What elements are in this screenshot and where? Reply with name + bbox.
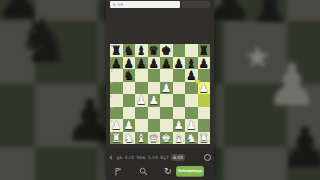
square-b7[interactable]: ♟ (123, 57, 136, 70)
black-king: ♚ (160, 44, 173, 57)
square-a8[interactable]: 8♜ (110, 44, 123, 57)
engine-toggle-icon[interactable] (204, 154, 211, 161)
square-a1[interactable]: 1a♜ (110, 132, 123, 145)
square-b6[interactable]: ♞ (123, 69, 136, 82)
notification-bar-side (182, 1, 210, 8)
square-d4[interactable]: ♟ (148, 94, 161, 107)
square-e5[interactable]: ♟ (160, 82, 173, 95)
square-g4[interactable] (185, 94, 198, 107)
square-h7[interactable]: ♟ (198, 57, 211, 70)
black-knight: ♞ (123, 44, 136, 57)
white-knight: ♞ (123, 132, 136, 145)
move-list: g64.c4Nb65.h4Bg76.h5 (117, 154, 186, 161)
square-h4[interactable] (198, 94, 211, 107)
chess-board[interactable]: 8♜♞♝♛♚♜7♟♟♟♟♟♟♝♟6♞♟5♟♟4♟♟32♟♟♟♟1a♜b♞c♝d♛… (110, 44, 210, 144)
square-d3[interactable] (148, 107, 161, 120)
square-d1[interactable]: d♛ (148, 132, 161, 145)
square-h6[interactable] (198, 69, 211, 82)
square-d6[interactable] (148, 69, 161, 82)
black-pawn: ♟ (198, 57, 211, 70)
square-e1[interactable]: e♚ (160, 132, 173, 145)
square-f5[interactable] (173, 82, 186, 95)
square-b4[interactable] (123, 94, 136, 107)
square-g3[interactable] (185, 107, 198, 120)
white-rook: ♜ (198, 132, 211, 145)
black-rook: ♜ (198, 44, 211, 57)
square-f1[interactable]: f♝ (173, 132, 186, 145)
square-h2[interactable] (198, 119, 211, 132)
black-bishop: ♝ (135, 44, 148, 57)
coordinate-rank-4: 4 (111, 95, 113, 98)
coordinate-rank-8: 8 (111, 45, 113, 48)
phone-screen: 6. h5 8♜♞♝♛♚♜7♟♟♟♟♟♟♝♟6♞♟5♟♟4♟♟32♟♟♟♟1a♜… (106, 0, 214, 180)
move-item[interactable]: 5.h4 (148, 155, 158, 160)
black-pawn: ♟ (123, 57, 136, 70)
retry-refresh-icon[interactable]: ↻ (164, 167, 172, 176)
white-pawn: ♟ (148, 94, 161, 107)
square-f7[interactable]: ♟ (173, 57, 186, 70)
square-a4[interactable]: 4 (110, 94, 123, 107)
action-bar: ↻ Selanjutnya (106, 164, 214, 180)
white-pawn: ♟ (135, 94, 148, 107)
square-f8[interactable] (173, 44, 186, 57)
square-a6[interactable]: 6 (110, 69, 123, 82)
bottom-panel: ‹ g64.c4Nb65.h4Bg76.h5 ↻ Selanjutnya (106, 148, 214, 180)
square-g5[interactable] (185, 82, 198, 95)
white-bishop: ♝ (173, 132, 186, 145)
square-g6[interactable]: ♟ (185, 69, 198, 82)
black-pawn: ♟ (135, 57, 148, 70)
white-pawn: ♟ (198, 82, 211, 95)
square-e7[interactable]: ♟ (160, 57, 173, 70)
black-pawn: ♟ (148, 57, 161, 70)
square-d8[interactable]: ♛ (148, 44, 161, 57)
white-rook: ♜ (110, 132, 123, 145)
coordinate-rank-6: 6 (111, 70, 113, 73)
coordinate-rank-5: 5 (111, 82, 113, 85)
square-f4[interactable] (173, 94, 186, 107)
square-h5[interactable]: ♟ (198, 82, 211, 95)
square-d2[interactable] (148, 119, 161, 132)
coordinate-rank-2: 2 (111, 120, 113, 123)
square-f6[interactable] (173, 69, 186, 82)
square-e8[interactable]: ♚ (160, 44, 173, 57)
coordinate-file-g: g (195, 140, 197, 143)
move-item[interactable]: 4.c4 (125, 155, 134, 160)
square-c6[interactable] (135, 69, 148, 82)
white-pawn: ♟ (110, 119, 123, 132)
square-d7[interactable]: ♟ (148, 57, 161, 70)
square-c8[interactable]: ♝ (135, 44, 148, 57)
square-g2[interactable]: ♟ (185, 119, 198, 132)
back-chevron-icon[interactable]: ‹ (109, 153, 113, 162)
square-c2[interactable] (135, 119, 148, 132)
video-frame: ♟♞♟♟♝★♟♟ 6. h5 8♜♞♝♛♚♜7♟♟♟♟♟♟♝♟6♞♟5♟♟4♟♟… (0, 0, 320, 180)
coordinate-file-b: b (132, 140, 134, 143)
square-a5[interactable]: 5 (110, 82, 123, 95)
black-rook: ♜ (110, 44, 123, 57)
coordinate-file-h: h (207, 140, 209, 143)
square-b5[interactable] (123, 82, 136, 95)
square-h1[interactable]: h♜ (198, 132, 211, 145)
square-a2[interactable]: 2♟ (110, 119, 123, 132)
square-c7[interactable]: ♟ (135, 57, 148, 70)
square-f3[interactable] (173, 107, 186, 120)
black-pawn: ♟ (173, 57, 186, 70)
white-pawn: ♟ (123, 119, 136, 132)
square-c4[interactable]: ♟ (135, 94, 148, 107)
coordinate-file-e: e (170, 140, 172, 143)
coordinate-rank-1: 1 (111, 132, 113, 135)
white-pawn: ♟ (185, 119, 198, 132)
square-e4[interactable] (160, 94, 173, 107)
square-g1[interactable]: g♞ (185, 132, 198, 145)
coordinate-file-a: a (120, 140, 122, 143)
move-item-current[interactable]: 6.h5 (171, 154, 185, 161)
move-item[interactable]: Nb6 (137, 155, 146, 160)
square-a7[interactable]: 7♟ (110, 57, 123, 70)
coordinate-rank-7: 7 (111, 57, 113, 60)
square-g7[interactable]: ♝ (185, 57, 198, 70)
square-b3[interactable] (123, 107, 136, 120)
square-d5[interactable] (148, 82, 161, 95)
black-pawn: ♟ (185, 69, 198, 82)
white-pawn: ♟ (173, 119, 186, 132)
square-b8[interactable]: ♞ (123, 44, 136, 57)
square-c3[interactable] (135, 107, 148, 120)
square-b2[interactable]: ♟ (123, 119, 136, 132)
notification-bar[interactable]: 6. h5 (110, 1, 180, 8)
square-e3[interactable] (160, 107, 173, 120)
white-king: ♚ (160, 132, 173, 145)
next-button[interactable]: Selanjutnya (176, 166, 204, 177)
black-bishop: ♝ (185, 57, 198, 70)
square-h3[interactable] (198, 107, 211, 120)
black-pawn: ♟ (110, 57, 123, 70)
black-pawn: ♟ (160, 57, 173, 70)
square-h8[interactable]: ♜ (198, 44, 211, 57)
white-queen: ♛ (148, 132, 161, 145)
white-knight: ♞ (185, 132, 198, 145)
square-a3[interactable]: 3 (110, 107, 123, 120)
black-queen: ♛ (148, 44, 161, 57)
square-b1[interactable]: b♞ (123, 132, 136, 145)
black-knight: ♞ (123, 69, 136, 82)
move-item[interactable]: g6 (117, 155, 123, 160)
square-c5[interactable] (135, 82, 148, 95)
square-c1[interactable]: c♝ (135, 132, 148, 145)
coordinate-file-c: c (145, 140, 147, 143)
hint-magnifier-icon[interactable] (139, 167, 148, 176)
move-bar: ‹ g64.c4Nb65.h4Bg76.h5 (106, 152, 214, 163)
coordinate-file-d: d (157, 140, 159, 143)
square-e6[interactable] (160, 69, 173, 82)
move-item[interactable]: Bg7 (160, 155, 169, 160)
white-pawn: ♟ (160, 82, 173, 95)
square-f2[interactable]: ♟ (173, 119, 186, 132)
square-g8[interactable] (185, 44, 198, 57)
flag-icon[interactable] (114, 167, 123, 176)
coordinate-rank-3: 3 (111, 107, 113, 110)
square-e2[interactable] (160, 119, 173, 132)
white-bishop: ♝ (135, 132, 148, 145)
